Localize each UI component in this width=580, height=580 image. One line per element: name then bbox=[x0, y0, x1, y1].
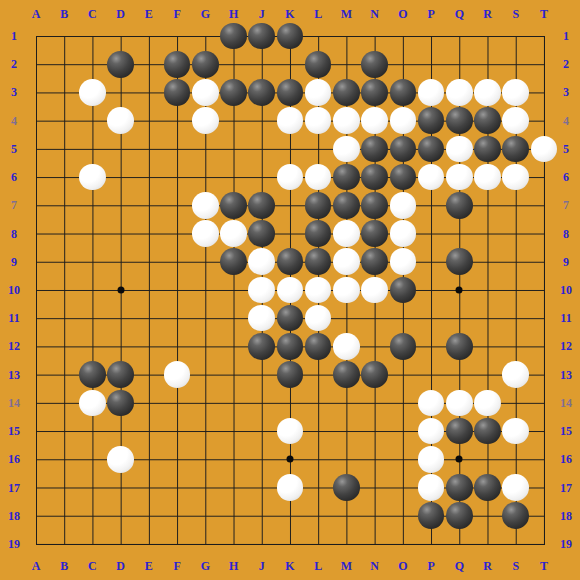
intersection-C1[interactable] bbox=[78, 22, 106, 50]
intersection-M1[interactable] bbox=[332, 22, 360, 50]
intersection-C6[interactable] bbox=[78, 163, 106, 191]
intersection-F11[interactable] bbox=[163, 304, 191, 332]
intersection-C5[interactable] bbox=[78, 135, 106, 163]
intersection-D11[interactable] bbox=[107, 304, 135, 332]
intersection-A19[interactable] bbox=[22, 530, 50, 558]
intersection-Q17[interactable] bbox=[445, 473, 473, 501]
intersection-D18[interactable] bbox=[107, 502, 135, 530]
intersection-A4[interactable] bbox=[22, 107, 50, 135]
intersection-O4[interactable] bbox=[389, 107, 417, 135]
intersection-G17[interactable] bbox=[191, 473, 219, 501]
intersection-A6[interactable] bbox=[22, 163, 50, 191]
intersection-M18[interactable] bbox=[332, 502, 360, 530]
intersection-L1[interactable] bbox=[304, 22, 332, 50]
intersection-S10[interactable] bbox=[502, 276, 530, 304]
intersection-N9[interactable] bbox=[361, 248, 389, 276]
intersection-D3[interactable] bbox=[107, 78, 135, 106]
intersection-M19[interactable] bbox=[332, 530, 360, 558]
intersection-F2[interactable] bbox=[163, 50, 191, 78]
intersection-C16[interactable] bbox=[78, 445, 106, 473]
intersection-C8[interactable] bbox=[78, 219, 106, 247]
intersection-E13[interactable] bbox=[135, 361, 163, 389]
intersection-B4[interactable] bbox=[50, 107, 78, 135]
intersection-O1[interactable] bbox=[389, 22, 417, 50]
intersection-J14[interactable] bbox=[248, 389, 276, 417]
intersection-K2[interactable] bbox=[276, 50, 304, 78]
intersection-K17[interactable] bbox=[276, 473, 304, 501]
intersection-J13[interactable] bbox=[248, 361, 276, 389]
intersection-O18[interactable] bbox=[389, 502, 417, 530]
intersection-Q13[interactable] bbox=[445, 361, 473, 389]
intersection-R19[interactable] bbox=[473, 530, 501, 558]
intersection-S1[interactable] bbox=[502, 22, 530, 50]
intersection-N2[interactable] bbox=[361, 50, 389, 78]
intersection-S15[interactable] bbox=[502, 417, 530, 445]
intersection-T7[interactable] bbox=[530, 191, 558, 219]
intersection-M2[interactable] bbox=[332, 50, 360, 78]
intersection-S17[interactable] bbox=[502, 473, 530, 501]
intersection-C7[interactable] bbox=[78, 191, 106, 219]
intersection-S14[interactable] bbox=[502, 389, 530, 417]
intersection-A1[interactable] bbox=[22, 22, 50, 50]
intersection-N11[interactable] bbox=[361, 304, 389, 332]
intersection-B18[interactable] bbox=[50, 502, 78, 530]
intersection-E18[interactable] bbox=[135, 502, 163, 530]
intersection-K5[interactable] bbox=[276, 135, 304, 163]
intersection-P7[interactable] bbox=[417, 191, 445, 219]
intersection-K12[interactable] bbox=[276, 332, 304, 360]
intersection-K1[interactable] bbox=[276, 22, 304, 50]
intersection-N15[interactable] bbox=[361, 417, 389, 445]
intersection-P19[interactable] bbox=[417, 530, 445, 558]
intersection-F4[interactable] bbox=[163, 107, 191, 135]
intersection-D2[interactable] bbox=[107, 50, 135, 78]
intersection-L6[interactable] bbox=[304, 163, 332, 191]
intersection-E17[interactable] bbox=[135, 473, 163, 501]
intersection-S19[interactable] bbox=[502, 530, 530, 558]
intersection-R7[interactable] bbox=[473, 191, 501, 219]
intersection-B9[interactable] bbox=[50, 248, 78, 276]
intersection-B14[interactable] bbox=[50, 389, 78, 417]
intersection-D4[interactable] bbox=[107, 107, 135, 135]
intersection-T5[interactable] bbox=[530, 135, 558, 163]
intersection-T17[interactable] bbox=[530, 473, 558, 501]
intersection-O6[interactable] bbox=[389, 163, 417, 191]
intersection-P5[interactable] bbox=[417, 135, 445, 163]
intersection-J11[interactable] bbox=[248, 304, 276, 332]
intersection-B17[interactable] bbox=[50, 473, 78, 501]
intersection-G1[interactable] bbox=[191, 22, 219, 50]
intersection-D9[interactable] bbox=[107, 248, 135, 276]
intersection-Q5[interactable] bbox=[445, 135, 473, 163]
intersection-K6[interactable] bbox=[276, 163, 304, 191]
intersection-P1[interactable] bbox=[417, 22, 445, 50]
intersection-H18[interactable] bbox=[219, 502, 247, 530]
intersection-L5[interactable] bbox=[304, 135, 332, 163]
intersection-J18[interactable] bbox=[248, 502, 276, 530]
intersection-E8[interactable] bbox=[135, 219, 163, 247]
intersection-P6[interactable] bbox=[417, 163, 445, 191]
intersection-M4[interactable] bbox=[332, 107, 360, 135]
intersection-M16[interactable] bbox=[332, 445, 360, 473]
intersection-A9[interactable] bbox=[22, 248, 50, 276]
intersection-T8[interactable] bbox=[530, 219, 558, 247]
intersection-H9[interactable] bbox=[219, 248, 247, 276]
intersection-C13[interactable] bbox=[78, 361, 106, 389]
intersection-M6[interactable] bbox=[332, 163, 360, 191]
intersection-Q12[interactable] bbox=[445, 332, 473, 360]
intersection-F7[interactable] bbox=[163, 191, 191, 219]
intersection-L18[interactable] bbox=[304, 502, 332, 530]
intersection-H16[interactable] bbox=[219, 445, 247, 473]
intersection-A18[interactable] bbox=[22, 502, 50, 530]
intersection-L12[interactable] bbox=[304, 332, 332, 360]
intersection-O16[interactable] bbox=[389, 445, 417, 473]
intersection-P15[interactable] bbox=[417, 417, 445, 445]
intersection-N16[interactable] bbox=[361, 445, 389, 473]
intersection-P3[interactable] bbox=[417, 78, 445, 106]
intersection-D16[interactable] bbox=[107, 445, 135, 473]
intersection-G4[interactable] bbox=[191, 107, 219, 135]
intersection-N13[interactable] bbox=[361, 361, 389, 389]
intersection-R5[interactable] bbox=[473, 135, 501, 163]
intersection-K16[interactable] bbox=[276, 445, 304, 473]
intersection-F12[interactable] bbox=[163, 332, 191, 360]
intersection-O9[interactable] bbox=[389, 248, 417, 276]
intersection-C2[interactable] bbox=[78, 50, 106, 78]
intersection-Q8[interactable] bbox=[445, 219, 473, 247]
intersection-L13[interactable] bbox=[304, 361, 332, 389]
intersection-D8[interactable] bbox=[107, 219, 135, 247]
intersection-O2[interactable] bbox=[389, 50, 417, 78]
intersection-M14[interactable] bbox=[332, 389, 360, 417]
intersection-S6[interactable] bbox=[502, 163, 530, 191]
intersection-S7[interactable] bbox=[502, 191, 530, 219]
intersection-L8[interactable] bbox=[304, 219, 332, 247]
intersection-E7[interactable] bbox=[135, 191, 163, 219]
intersection-L19[interactable] bbox=[304, 530, 332, 558]
intersection-D19[interactable] bbox=[107, 530, 135, 558]
intersection-L11[interactable] bbox=[304, 304, 332, 332]
intersection-M9[interactable] bbox=[332, 248, 360, 276]
intersection-E15[interactable] bbox=[135, 417, 163, 445]
intersection-H6[interactable] bbox=[219, 163, 247, 191]
intersection-L14[interactable] bbox=[304, 389, 332, 417]
intersection-T9[interactable] bbox=[530, 248, 558, 276]
intersection-G5[interactable] bbox=[191, 135, 219, 163]
intersection-N5[interactable] bbox=[361, 135, 389, 163]
intersection-J19[interactable] bbox=[248, 530, 276, 558]
intersection-S4[interactable] bbox=[502, 107, 530, 135]
intersection-F3[interactable] bbox=[163, 78, 191, 106]
intersection-S11[interactable] bbox=[502, 304, 530, 332]
intersection-H8[interactable] bbox=[219, 219, 247, 247]
intersection-H2[interactable] bbox=[219, 50, 247, 78]
intersection-N10[interactable] bbox=[361, 276, 389, 304]
intersection-P16[interactable] bbox=[417, 445, 445, 473]
intersection-R9[interactable] bbox=[473, 248, 501, 276]
intersection-L7[interactable] bbox=[304, 191, 332, 219]
intersection-O10[interactable] bbox=[389, 276, 417, 304]
intersection-C17[interactable] bbox=[78, 473, 106, 501]
intersection-A14[interactable] bbox=[22, 389, 50, 417]
intersection-Q4[interactable] bbox=[445, 107, 473, 135]
intersection-G3[interactable] bbox=[191, 78, 219, 106]
intersection-A7[interactable] bbox=[22, 191, 50, 219]
intersection-A13[interactable] bbox=[22, 361, 50, 389]
intersection-K7[interactable] bbox=[276, 191, 304, 219]
intersection-K19[interactable] bbox=[276, 530, 304, 558]
intersection-P8[interactable] bbox=[417, 219, 445, 247]
intersection-G14[interactable] bbox=[191, 389, 219, 417]
intersection-K14[interactable] bbox=[276, 389, 304, 417]
intersection-L2[interactable] bbox=[304, 50, 332, 78]
intersection-O5[interactable] bbox=[389, 135, 417, 163]
intersection-J1[interactable] bbox=[248, 22, 276, 50]
intersection-O3[interactable] bbox=[389, 78, 417, 106]
intersection-F19[interactable] bbox=[163, 530, 191, 558]
intersection-B12[interactable] bbox=[50, 332, 78, 360]
intersection-N1[interactable] bbox=[361, 22, 389, 50]
intersection-M13[interactable] bbox=[332, 361, 360, 389]
intersection-L16[interactable] bbox=[304, 445, 332, 473]
intersection-J5[interactable] bbox=[248, 135, 276, 163]
intersection-M8[interactable] bbox=[332, 219, 360, 247]
intersection-T6[interactable] bbox=[530, 163, 558, 191]
intersection-F8[interactable] bbox=[163, 219, 191, 247]
intersection-Q2[interactable] bbox=[445, 50, 473, 78]
intersection-G2[interactable] bbox=[191, 50, 219, 78]
intersection-D7[interactable] bbox=[107, 191, 135, 219]
intersection-S13[interactable] bbox=[502, 361, 530, 389]
intersection-B19[interactable] bbox=[50, 530, 78, 558]
intersection-M15[interactable] bbox=[332, 417, 360, 445]
intersection-B8[interactable] bbox=[50, 219, 78, 247]
intersection-E10[interactable] bbox=[135, 276, 163, 304]
intersection-G12[interactable] bbox=[191, 332, 219, 360]
intersection-J4[interactable] bbox=[248, 107, 276, 135]
intersection-R6[interactable] bbox=[473, 163, 501, 191]
intersection-L9[interactable] bbox=[304, 248, 332, 276]
intersection-A17[interactable] bbox=[22, 473, 50, 501]
intersection-J2[interactable] bbox=[248, 50, 276, 78]
intersection-E11[interactable] bbox=[135, 304, 163, 332]
intersection-P10[interactable] bbox=[417, 276, 445, 304]
intersection-R3[interactable] bbox=[473, 78, 501, 106]
intersection-R10[interactable] bbox=[473, 276, 501, 304]
intersection-D10[interactable] bbox=[107, 276, 135, 304]
intersection-R2[interactable] bbox=[473, 50, 501, 78]
intersection-P12[interactable] bbox=[417, 332, 445, 360]
intersection-O17[interactable] bbox=[389, 473, 417, 501]
intersection-G15[interactable] bbox=[191, 417, 219, 445]
intersection-S5[interactable] bbox=[502, 135, 530, 163]
intersection-K3[interactable] bbox=[276, 78, 304, 106]
intersection-D14[interactable] bbox=[107, 389, 135, 417]
intersection-D12[interactable] bbox=[107, 332, 135, 360]
intersection-C18[interactable] bbox=[78, 502, 106, 530]
intersection-S12[interactable] bbox=[502, 332, 530, 360]
intersection-L15[interactable] bbox=[304, 417, 332, 445]
intersection-K15[interactable] bbox=[276, 417, 304, 445]
intersection-G8[interactable] bbox=[191, 219, 219, 247]
intersection-G11[interactable] bbox=[191, 304, 219, 332]
intersection-H19[interactable] bbox=[219, 530, 247, 558]
intersection-A16[interactable] bbox=[22, 445, 50, 473]
intersection-F18[interactable] bbox=[163, 502, 191, 530]
intersection-O13[interactable] bbox=[389, 361, 417, 389]
intersection-D6[interactable] bbox=[107, 163, 135, 191]
intersection-H12[interactable] bbox=[219, 332, 247, 360]
intersection-T12[interactable] bbox=[530, 332, 558, 360]
intersection-Q15[interactable] bbox=[445, 417, 473, 445]
intersection-T13[interactable] bbox=[530, 361, 558, 389]
intersection-T4[interactable] bbox=[530, 107, 558, 135]
intersection-E5[interactable] bbox=[135, 135, 163, 163]
intersection-E2[interactable] bbox=[135, 50, 163, 78]
intersection-G9[interactable] bbox=[191, 248, 219, 276]
intersection-B11[interactable] bbox=[50, 304, 78, 332]
intersection-B3[interactable] bbox=[50, 78, 78, 106]
intersection-O15[interactable] bbox=[389, 417, 417, 445]
intersection-J12[interactable] bbox=[248, 332, 276, 360]
intersection-L17[interactable] bbox=[304, 473, 332, 501]
intersection-H14[interactable] bbox=[219, 389, 247, 417]
intersection-M5[interactable] bbox=[332, 135, 360, 163]
intersection-C4[interactable] bbox=[78, 107, 106, 135]
intersection-P2[interactable] bbox=[417, 50, 445, 78]
intersection-K11[interactable] bbox=[276, 304, 304, 332]
intersection-H3[interactable] bbox=[219, 78, 247, 106]
intersection-R14[interactable] bbox=[473, 389, 501, 417]
intersection-E12[interactable] bbox=[135, 332, 163, 360]
intersection-T11[interactable] bbox=[530, 304, 558, 332]
intersection-J9[interactable] bbox=[248, 248, 276, 276]
intersection-R17[interactable] bbox=[473, 473, 501, 501]
intersection-T2[interactable] bbox=[530, 50, 558, 78]
intersection-G19[interactable] bbox=[191, 530, 219, 558]
intersection-J3[interactable] bbox=[248, 78, 276, 106]
intersection-R15[interactable] bbox=[473, 417, 501, 445]
intersection-M7[interactable] bbox=[332, 191, 360, 219]
intersection-A11[interactable] bbox=[22, 304, 50, 332]
intersection-H15[interactable] bbox=[219, 417, 247, 445]
intersection-F10[interactable] bbox=[163, 276, 191, 304]
intersection-A12[interactable] bbox=[22, 332, 50, 360]
intersection-H7[interactable] bbox=[219, 191, 247, 219]
intersection-R18[interactable] bbox=[473, 502, 501, 530]
intersection-B10[interactable] bbox=[50, 276, 78, 304]
intersection-J10[interactable] bbox=[248, 276, 276, 304]
intersection-T16[interactable] bbox=[530, 445, 558, 473]
intersection-S8[interactable] bbox=[502, 219, 530, 247]
intersection-F5[interactable] bbox=[163, 135, 191, 163]
intersection-G16[interactable] bbox=[191, 445, 219, 473]
intersection-B1[interactable] bbox=[50, 22, 78, 50]
intersection-M12[interactable] bbox=[332, 332, 360, 360]
intersection-O11[interactable] bbox=[389, 304, 417, 332]
intersection-F6[interactable] bbox=[163, 163, 191, 191]
intersection-T19[interactable] bbox=[530, 530, 558, 558]
intersection-R13[interactable] bbox=[473, 361, 501, 389]
intersection-E9[interactable] bbox=[135, 248, 163, 276]
intersection-D15[interactable] bbox=[107, 417, 135, 445]
intersection-B6[interactable] bbox=[50, 163, 78, 191]
intersection-G7[interactable] bbox=[191, 191, 219, 219]
intersection-H5[interactable] bbox=[219, 135, 247, 163]
intersection-N7[interactable] bbox=[361, 191, 389, 219]
intersection-N3[interactable] bbox=[361, 78, 389, 106]
intersection-C10[interactable] bbox=[78, 276, 106, 304]
intersection-E16[interactable] bbox=[135, 445, 163, 473]
intersection-P18[interactable] bbox=[417, 502, 445, 530]
intersection-Q16[interactable] bbox=[445, 445, 473, 473]
intersection-A2[interactable] bbox=[22, 50, 50, 78]
intersection-T18[interactable] bbox=[530, 502, 558, 530]
intersection-O12[interactable] bbox=[389, 332, 417, 360]
intersection-T1[interactable] bbox=[530, 22, 558, 50]
intersection-Q9[interactable] bbox=[445, 248, 473, 276]
intersection-E4[interactable] bbox=[135, 107, 163, 135]
intersection-P4[interactable] bbox=[417, 107, 445, 135]
intersection-K9[interactable] bbox=[276, 248, 304, 276]
intersection-S16[interactable] bbox=[502, 445, 530, 473]
intersection-C15[interactable] bbox=[78, 417, 106, 445]
intersection-O19[interactable] bbox=[389, 530, 417, 558]
intersection-P9[interactable] bbox=[417, 248, 445, 276]
intersection-A15[interactable] bbox=[22, 417, 50, 445]
intersection-A8[interactable] bbox=[22, 219, 50, 247]
intersection-C11[interactable] bbox=[78, 304, 106, 332]
intersection-C14[interactable] bbox=[78, 389, 106, 417]
intersection-J8[interactable] bbox=[248, 219, 276, 247]
intersection-B13[interactable] bbox=[50, 361, 78, 389]
intersection-B7[interactable] bbox=[50, 191, 78, 219]
intersection-N8[interactable] bbox=[361, 219, 389, 247]
intersection-Q3[interactable] bbox=[445, 78, 473, 106]
intersection-M11[interactable] bbox=[332, 304, 360, 332]
intersection-E19[interactable] bbox=[135, 530, 163, 558]
intersection-F9[interactable] bbox=[163, 248, 191, 276]
intersection-P17[interactable] bbox=[417, 473, 445, 501]
intersection-B16[interactable] bbox=[50, 445, 78, 473]
intersection-T15[interactable] bbox=[530, 417, 558, 445]
intersection-J16[interactable] bbox=[248, 445, 276, 473]
intersection-R11[interactable] bbox=[473, 304, 501, 332]
intersection-K18[interactable] bbox=[276, 502, 304, 530]
intersection-J7[interactable] bbox=[248, 191, 276, 219]
intersection-E6[interactable] bbox=[135, 163, 163, 191]
intersection-M3[interactable] bbox=[332, 78, 360, 106]
intersection-K4[interactable] bbox=[276, 107, 304, 135]
intersection-P11[interactable] bbox=[417, 304, 445, 332]
intersection-N6[interactable] bbox=[361, 163, 389, 191]
intersection-G6[interactable] bbox=[191, 163, 219, 191]
intersection-K13[interactable] bbox=[276, 361, 304, 389]
intersection-S3[interactable] bbox=[502, 78, 530, 106]
intersection-B2[interactable] bbox=[50, 50, 78, 78]
intersection-C9[interactable] bbox=[78, 248, 106, 276]
intersection-N18[interactable] bbox=[361, 502, 389, 530]
intersection-H1[interactable] bbox=[219, 22, 247, 50]
intersection-N19[interactable] bbox=[361, 530, 389, 558]
intersection-D13[interactable] bbox=[107, 361, 135, 389]
intersection-K8[interactable] bbox=[276, 219, 304, 247]
intersection-G10[interactable] bbox=[191, 276, 219, 304]
intersection-R16[interactable] bbox=[473, 445, 501, 473]
intersection-A10[interactable] bbox=[22, 276, 50, 304]
intersection-N17[interactable] bbox=[361, 473, 389, 501]
